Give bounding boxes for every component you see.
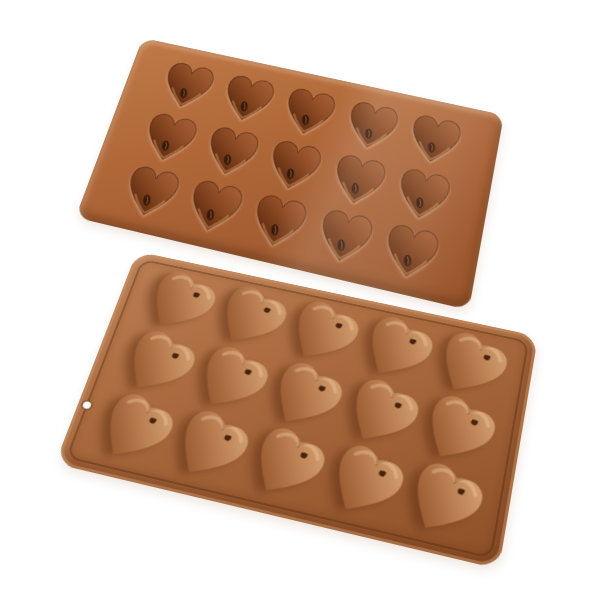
heart-bump — [399, 460, 484, 545]
heart-cavity — [179, 176, 249, 240]
heart-cavity — [339, 97, 404, 156]
product-photo — [0, 0, 600, 600]
heart-cavity — [261, 136, 328, 197]
heart-cavity — [390, 164, 456, 227]
heart-cavity — [377, 220, 445, 287]
heart-cavity — [135, 108, 204, 168]
heart-cavity — [198, 122, 266, 183]
heart-cavity — [154, 58, 221, 115]
heart-cavity — [215, 71, 281, 129]
heart-cavity — [277, 84, 342, 142]
heart-cavity — [310, 205, 379, 271]
heart-cavity — [402, 110, 466, 170]
heart-cavity — [115, 161, 186, 224]
heart-cavity — [244, 190, 313, 255]
heart-cavity — [325, 149, 392, 211]
